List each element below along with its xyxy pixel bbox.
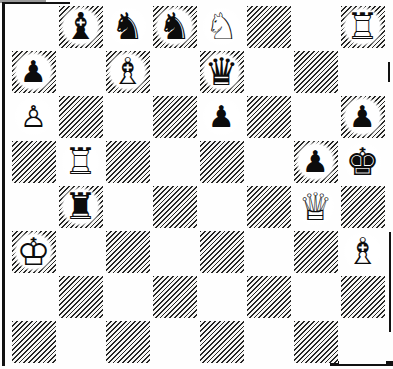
square-e1	[198, 319, 245, 364]
square-b8: ♝	[57, 4, 104, 49]
black-pawn-h6: ♟	[342, 96, 383, 137]
black-pawn-a7: ♟	[13, 51, 54, 92]
square-g4: ♕	[292, 184, 339, 229]
square-d7	[151, 49, 198, 94]
square-d4	[151, 184, 198, 229]
square-c4	[104, 184, 151, 229]
square-d2	[151, 274, 198, 319]
square-b6	[57, 94, 104, 139]
square-a2	[10, 274, 57, 319]
square-c6	[104, 94, 151, 139]
square-h6: ♟	[339, 94, 386, 139]
square-g2	[292, 274, 339, 319]
white-bishop-c7: ♗	[107, 51, 148, 92]
black-knight-c8: ♞	[107, 6, 148, 47]
square-b4: ♜	[57, 184, 104, 229]
newspaper-chess-diagram: ♝♞♞♘♖♟♗♛♙♟♟♖♟♚♜♕♔♗	[0, 0, 393, 369]
square-d8: ♞	[151, 4, 198, 49]
square-h1	[339, 319, 386, 364]
square-d6	[151, 94, 198, 139]
left-border-rule	[2, 3, 5, 366]
white-bishop-h3: ♗	[342, 231, 383, 272]
square-b1	[57, 319, 104, 364]
square-c1	[104, 319, 151, 364]
square-f3	[245, 229, 292, 274]
square-b5: ♖	[57, 139, 104, 184]
square-e5	[198, 139, 245, 184]
black-pawn-e6: ♟	[201, 96, 242, 137]
square-f5	[245, 139, 292, 184]
square-f6	[245, 94, 292, 139]
square-h8: ♖	[339, 4, 386, 49]
white-pawn-a6: ♙	[13, 96, 54, 137]
white-rook-b5: ♖	[60, 141, 101, 182]
square-a6: ♙	[10, 94, 57, 139]
square-g1	[292, 319, 339, 364]
square-g7	[292, 49, 339, 94]
square-e7: ♛	[198, 49, 245, 94]
square-c7: ♗	[104, 49, 151, 94]
square-g3	[292, 229, 339, 274]
square-e6: ♟	[198, 94, 245, 139]
chess-board: ♝♞♞♘♖♟♗♛♙♟♟♖♟♚♜♕♔♗	[10, 4, 386, 364]
square-f8	[245, 4, 292, 49]
black-queen-e7: ♛	[201, 51, 242, 92]
square-c2	[104, 274, 151, 319]
square-f1	[245, 319, 292, 364]
square-e3	[198, 229, 245, 274]
square-g6	[292, 94, 339, 139]
square-c5	[104, 139, 151, 184]
black-bishop-b8: ♝	[60, 6, 101, 47]
white-rook-h8: ♖	[342, 6, 383, 47]
square-d3	[151, 229, 198, 274]
right-border-rule	[389, 232, 391, 332]
white-queen-g4: ♕	[295, 186, 336, 227]
square-h4	[339, 184, 386, 229]
square-b3	[57, 229, 104, 274]
black-knight-d8: ♞	[154, 6, 195, 47]
square-g5: ♟	[292, 139, 339, 184]
white-knight-e8: ♘	[201, 6, 242, 47]
right-edge-tick	[388, 62, 390, 82]
black-pawn-g5: ♟	[295, 141, 336, 182]
black-rook-b4: ♜	[60, 186, 101, 227]
square-h5: ♚	[339, 139, 386, 184]
square-e8: ♘	[198, 4, 245, 49]
square-a7: ♟	[10, 49, 57, 94]
white-king-a3: ♔	[13, 231, 54, 272]
square-a4	[10, 184, 57, 229]
square-a3: ♔	[10, 229, 57, 274]
square-a1	[10, 319, 57, 364]
square-g8	[292, 4, 339, 49]
square-h2	[339, 274, 386, 319]
square-b7	[57, 49, 104, 94]
black-king-h5: ♚	[342, 141, 383, 182]
square-f2	[245, 274, 292, 319]
square-c8: ♞	[104, 4, 151, 49]
square-b2	[57, 274, 104, 319]
square-f4	[245, 184, 292, 229]
square-h3: ♗	[339, 229, 386, 274]
square-h7	[339, 49, 386, 94]
square-c3	[104, 229, 151, 274]
square-e2	[198, 274, 245, 319]
square-f7	[245, 49, 292, 94]
square-e4	[198, 184, 245, 229]
square-d5	[151, 139, 198, 184]
square-d1	[151, 319, 198, 364]
square-a8	[10, 4, 57, 49]
square-a5	[10, 139, 57, 184]
